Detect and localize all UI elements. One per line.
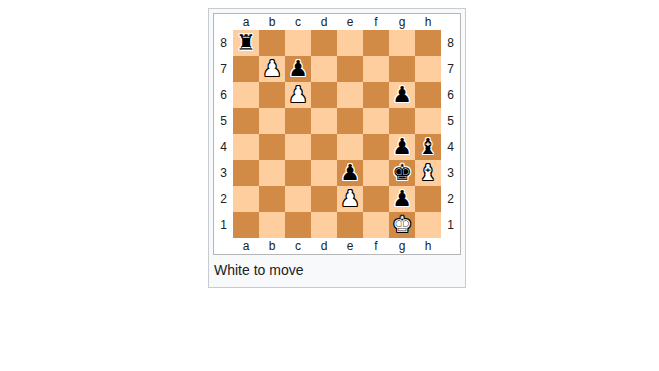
black-pawn: ♟ xyxy=(389,82,415,108)
square-g4: ♟ xyxy=(389,134,415,160)
square-c4 xyxy=(285,134,311,160)
black-bishop: ♝ xyxy=(415,134,441,160)
square-f1 xyxy=(363,212,389,238)
rank-label-6: 6 xyxy=(441,82,460,108)
file-label-f: f xyxy=(363,14,389,30)
black-pawn: ♟ xyxy=(285,56,311,82)
white-pawn: ♟ xyxy=(259,56,285,82)
square-f2 xyxy=(363,186,389,212)
square-h2 xyxy=(415,186,441,212)
file-label-g: g xyxy=(389,14,415,30)
chess-diagram: abcdefgh8♜87♟♟76♟♟6554♟♝43♟♚♝32♟♟21♚1abc… xyxy=(208,8,466,288)
file-label-b: b xyxy=(259,14,285,30)
square-g1: ♚ xyxy=(389,212,415,238)
rank-label-7: 7 xyxy=(441,56,460,82)
file-label-d: d xyxy=(311,14,337,30)
square-e7 xyxy=(337,56,363,82)
square-d6 xyxy=(311,82,337,108)
square-e1 xyxy=(337,212,363,238)
square-g2: ♟ xyxy=(389,186,415,212)
diagram-caption: White to move xyxy=(209,255,465,287)
square-d4 xyxy=(311,134,337,160)
square-e5 xyxy=(337,108,363,134)
square-e3: ♟ xyxy=(337,160,363,186)
rank-label-3: 3 xyxy=(214,160,233,186)
square-g8 xyxy=(389,30,415,56)
square-f4 xyxy=(363,134,389,160)
corner xyxy=(441,238,460,254)
square-b6 xyxy=(259,82,285,108)
file-label-e: e xyxy=(337,14,363,30)
black-king: ♚ xyxy=(389,160,415,186)
square-f7 xyxy=(363,56,389,82)
square-c1 xyxy=(285,212,311,238)
rank-label-7: 7 xyxy=(214,56,233,82)
black-pawn: ♟ xyxy=(389,186,415,212)
square-h8 xyxy=(415,30,441,56)
square-a2 xyxy=(233,186,259,212)
square-h4: ♝ xyxy=(415,134,441,160)
square-h3: ♝ xyxy=(415,160,441,186)
square-h6 xyxy=(415,82,441,108)
square-b3 xyxy=(259,160,285,186)
file-label-g: g xyxy=(389,238,415,254)
rank-label-8: 8 xyxy=(214,30,233,56)
square-d7 xyxy=(311,56,337,82)
rank-label-2: 2 xyxy=(441,186,460,212)
rank-label-8: 8 xyxy=(441,30,460,56)
square-g7 xyxy=(389,56,415,82)
file-label-a: a xyxy=(233,14,259,30)
rank-label-3: 3 xyxy=(441,160,460,186)
square-f5 xyxy=(363,108,389,134)
square-c2 xyxy=(285,186,311,212)
white-bishop: ♝ xyxy=(415,160,441,186)
board-frame: abcdefgh8♜87♟♟76♟♟6554♟♝43♟♚♝32♟♟21♚1abc… xyxy=(213,13,461,255)
square-b5 xyxy=(259,108,285,134)
square-c5 xyxy=(285,108,311,134)
rank-label-1: 1 xyxy=(441,212,460,238)
square-e4 xyxy=(337,134,363,160)
white-pawn: ♟ xyxy=(337,186,363,212)
square-e6 xyxy=(337,82,363,108)
square-d2 xyxy=(311,186,337,212)
file-label-c: c xyxy=(285,238,311,254)
rank-label-4: 4 xyxy=(214,134,233,160)
square-g3: ♚ xyxy=(389,160,415,186)
rank-label-1: 1 xyxy=(214,212,233,238)
rank-label-2: 2 xyxy=(214,186,233,212)
corner xyxy=(214,14,233,30)
file-label-f: f xyxy=(363,238,389,254)
square-a3 xyxy=(233,160,259,186)
rank-label-5: 5 xyxy=(441,108,460,134)
square-d1 xyxy=(311,212,337,238)
black-pawn: ♟ xyxy=(389,134,415,160)
square-b2 xyxy=(259,186,285,212)
square-a5 xyxy=(233,108,259,134)
square-a8: ♜ xyxy=(233,30,259,56)
square-d5 xyxy=(311,108,337,134)
file-label-h: h xyxy=(415,238,441,254)
chess-board: abcdefgh8♜87♟♟76♟♟6554♟♝43♟♚♝32♟♟21♚1abc… xyxy=(214,14,460,254)
square-c7: ♟ xyxy=(285,56,311,82)
square-h1 xyxy=(415,212,441,238)
square-c8 xyxy=(285,30,311,56)
square-f6 xyxy=(363,82,389,108)
rank-label-5: 5 xyxy=(214,108,233,134)
square-b1 xyxy=(259,212,285,238)
file-label-c: c xyxy=(285,14,311,30)
square-e8 xyxy=(337,30,363,56)
square-e2: ♟ xyxy=(337,186,363,212)
file-label-h: h xyxy=(415,14,441,30)
square-b7: ♟ xyxy=(259,56,285,82)
file-label-e: e xyxy=(337,238,363,254)
square-d8 xyxy=(311,30,337,56)
corner xyxy=(214,238,233,254)
square-g6: ♟ xyxy=(389,82,415,108)
rank-label-4: 4 xyxy=(441,134,460,160)
file-label-b: b xyxy=(259,238,285,254)
square-a6 xyxy=(233,82,259,108)
white-pawn: ♟ xyxy=(285,82,311,108)
square-b8 xyxy=(259,30,285,56)
square-g5 xyxy=(389,108,415,134)
black-rook: ♜ xyxy=(233,30,259,56)
square-h5 xyxy=(415,108,441,134)
file-label-a: a xyxy=(233,238,259,254)
square-c6: ♟ xyxy=(285,82,311,108)
square-f3 xyxy=(363,160,389,186)
rank-label-6: 6 xyxy=(214,82,233,108)
square-a4 xyxy=(233,134,259,160)
white-king: ♚ xyxy=(389,212,415,238)
black-pawn: ♟ xyxy=(337,160,363,186)
square-d3 xyxy=(311,160,337,186)
file-label-d: d xyxy=(311,238,337,254)
square-h7 xyxy=(415,56,441,82)
square-b4 xyxy=(259,134,285,160)
square-c3 xyxy=(285,160,311,186)
corner xyxy=(441,14,460,30)
square-a7 xyxy=(233,56,259,82)
square-a1 xyxy=(233,212,259,238)
square-f8 xyxy=(363,30,389,56)
